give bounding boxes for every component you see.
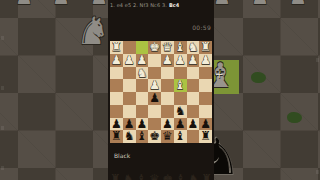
last-move-text: Bc4	[169, 2, 179, 8]
square-h6[interactable]	[110, 105, 123, 118]
background-pawn-icon: ♟	[15, 0, 33, 7]
background-bishop-cross-icon: +	[215, 69, 223, 80]
board-coordinate-mark	[1, 126, 4, 130]
black-queen-piece[interactable]: ♛	[162, 130, 173, 143]
square-c1[interactable]: ♝	[174, 41, 187, 54]
square-c6[interactable]: ♞	[174, 105, 187, 118]
square-h5[interactable]	[110, 92, 123, 105]
square-a4[interactable]	[199, 79, 212, 92]
tray-piece-rook[interactable]: ♜	[110, 173, 121, 180]
board-coordinate-mark	[1, 36, 4, 40]
move-list-text: 1. e4 e5 2. Nf3 Nc6 3.	[110, 2, 167, 8]
move-list-bar: 1. e4 e5 2. Nf3 Nc6 3. Bc4	[108, 0, 214, 10]
square-d4[interactable]	[161, 79, 174, 92]
square-f3[interactable]: ♞	[136, 67, 149, 80]
background-pawn-icon: ♟	[90, 0, 108, 7]
square-a2[interactable]: ♟	[199, 54, 212, 67]
tray-piece-rook[interactable]: ♜	[201, 173, 212, 180]
square-e5[interactable]: ♟	[148, 92, 161, 105]
square-f4[interactable]	[136, 79, 149, 92]
chess-board: ♜♚♛♝♞♜♟♟♟♟♟♟♟♞♟♝♟♞♟♟♟♟♟♟♟♜♞♝♚♛♝♜	[110, 41, 212, 143]
square-f5[interactable]	[136, 92, 149, 105]
black-rook-piece[interactable]: ♜	[200, 130, 211, 143]
square-d5[interactable]	[161, 92, 174, 105]
white-pawn-piece[interactable]: ♟	[187, 54, 198, 67]
tray-piece-bishop[interactable]: ♝	[175, 173, 186, 180]
square-c5[interactable]	[174, 92, 187, 105]
square-h1[interactable]: ♜	[110, 41, 123, 54]
square-h3[interactable]	[110, 67, 123, 80]
player-name-label: Black	[114, 152, 130, 159]
board-coordinate-mark	[316, 58, 319, 62]
square-g2[interactable]: ♟	[123, 54, 136, 67]
background-bush-icon	[287, 112, 302, 123]
square-h4[interactable]	[110, 79, 123, 92]
square-b3[interactable]	[187, 67, 200, 80]
board-coordinate-mark	[1, 86, 4, 90]
player-panel: Black ♜♞♝♛♚♝♞♜	[108, 143, 214, 180]
background-pawn-icon: ♟	[213, 0, 231, 7]
tray-piece-bishop[interactable]: ♝	[136, 173, 147, 180]
square-g1[interactable]	[123, 41, 136, 54]
tray-piece-knight[interactable]: ♞	[188, 173, 199, 180]
square-d6[interactable]	[161, 105, 174, 118]
square-e8[interactable]: ♚	[148, 130, 161, 143]
black-knight-piece[interactable]: ♞	[175, 105, 186, 118]
white-queen-piece[interactable]: ♛	[162, 41, 173, 54]
tray-piece-king[interactable]: ♚	[162, 173, 173, 180]
square-b7[interactable]: ♟	[187, 118, 200, 131]
square-b5[interactable]	[187, 92, 200, 105]
background-white-knight-icon: ♞	[76, 12, 110, 50]
square-b8[interactable]	[187, 130, 200, 143]
black-bishop-piece[interactable]: ♝	[136, 130, 147, 143]
square-g8[interactable]: ♞	[123, 130, 136, 143]
square-f8[interactable]: ♝	[136, 130, 149, 143]
square-d1[interactable]: ♛	[161, 41, 174, 54]
opponent-clock: 00:59	[192, 24, 211, 31]
white-bishop-piece[interactable]: ♝	[175, 79, 186, 92]
square-g3[interactable]	[123, 67, 136, 80]
square-d8[interactable]: ♛	[161, 130, 174, 143]
square-f6[interactable]	[136, 105, 149, 118]
tray-piece-queen[interactable]: ♛	[149, 173, 160, 180]
opponent-panel: 00:59	[108, 10, 214, 41]
square-b1[interactable]: ♞	[187, 41, 200, 54]
white-knight-piece[interactable]: ♞	[136, 67, 147, 80]
square-c8[interactable]: ♝	[174, 130, 187, 143]
white-pawn-piece[interactable]: ♟	[124, 54, 135, 67]
square-d3[interactable]	[161, 67, 174, 80]
white-pawn-piece[interactable]: ♟	[175, 54, 186, 67]
square-h8[interactable]: ♜	[110, 130, 123, 143]
white-bishop-piece[interactable]: ♝	[175, 41, 186, 54]
square-g4[interactable]	[123, 79, 136, 92]
black-king-piece[interactable]: ♚	[149, 130, 160, 143]
square-g6[interactable]	[123, 105, 136, 118]
black-bishop-piece[interactable]: ♝	[175, 130, 186, 143]
white-rook-piece[interactable]: ♜	[111, 41, 122, 54]
square-g5[interactable]	[123, 92, 136, 105]
background-pawn-icon: ♟	[251, 0, 269, 7]
square-f1[interactable]	[136, 41, 149, 54]
white-knight-piece[interactable]: ♞	[187, 41, 198, 54]
board-coordinate-mark	[316, 170, 319, 174]
white-rook-piece[interactable]: ♜	[200, 41, 211, 54]
black-knight-piece[interactable]: ♞	[124, 130, 135, 143]
square-a3[interactable]	[199, 67, 212, 80]
square-b6[interactable]	[187, 105, 200, 118]
square-a8[interactable]: ♜	[199, 130, 212, 143]
app-screen: ♟ ♟ ♟ ♟ ♟ ♟ ♞ ♝ + ♞ 1. e4 e5 2. Nf3 Nc6 …	[0, 0, 320, 180]
square-a6[interactable]	[199, 105, 212, 118]
black-pawn-piece[interactable]: ♟	[149, 92, 160, 105]
white-pawn-piece[interactable]: ♟	[200, 54, 211, 67]
background-pawn-icon: ♟	[52, 0, 70, 7]
square-c2[interactable]: ♟	[174, 54, 187, 67]
square-b2[interactable]: ♟	[187, 54, 200, 67]
square-e1[interactable]: ♚	[148, 41, 161, 54]
square-f2[interactable]: ♟	[136, 54, 149, 67]
background-pawn-icon: ♟	[289, 0, 307, 7]
square-d2[interactable]: ♟	[161, 54, 174, 67]
white-pawn-piece[interactable]: ♟	[111, 54, 122, 67]
tray-piece-knight[interactable]: ♞	[123, 173, 134, 180]
square-e2[interactable]	[148, 54, 161, 67]
square-a1[interactable]: ♜	[199, 41, 212, 54]
white-pawn-piece[interactable]: ♟	[162, 54, 173, 67]
board-coordinate-mark	[1, 166, 4, 170]
square-c4[interactable]: ♝	[174, 79, 187, 92]
square-b4[interactable]	[187, 79, 200, 92]
chess-app-panel: 1. e4 e5 2. Nf3 Nc6 3. Bc4 00:59 ♜♚♛♝♞♜♟…	[108, 0, 214, 180]
black-pawn-piece[interactable]: ♟	[187, 118, 198, 131]
bottom-piece-tray: ♜♞♝♛♚♝♞♜	[110, 173, 212, 180]
square-a5[interactable]	[199, 92, 212, 105]
black-rook-piece[interactable]: ♜	[111, 130, 122, 143]
white-king-piece[interactable]: ♚	[149, 41, 160, 54]
square-h2[interactable]: ♟	[110, 54, 123, 67]
background-bush-icon	[251, 72, 266, 83]
white-pawn-piece[interactable]: ♟	[136, 54, 147, 67]
square-e6[interactable]	[148, 105, 161, 118]
